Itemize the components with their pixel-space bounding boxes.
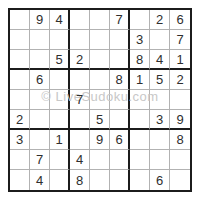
cell-r7c7[interactable] [130,130,150,150]
cell-r6c6[interactable] [110,110,130,130]
digit: 2 [176,72,183,87]
cell-r7c5[interactable]: 9 [90,130,110,150]
cell-r3c4[interactable]: 2 [70,50,90,70]
cell-r6c8[interactable]: 3 [150,110,170,130]
cell-r8c9[interactable] [170,150,190,170]
cell-r1c8[interactable]: 2 [150,10,170,30]
cell-r9c3[interactable] [50,170,70,190]
digit: 7 [76,92,83,107]
digit: 8 [176,132,183,147]
cell-r3c6[interactable] [110,50,130,70]
digit: 3 [16,132,23,147]
digit: 2 [156,12,163,27]
cell-r5c8[interactable] [150,90,170,110]
cell-r3c9[interactable]: 1 [170,50,190,70]
cell-r2c7[interactable]: 3 [130,30,150,50]
cell-r7c1[interactable]: 3 [10,130,30,150]
digit: 9 [176,112,183,127]
digit: 5 [96,112,103,127]
cell-r5c3[interactable] [50,90,70,110]
cell-r7c9[interactable]: 8 [170,130,190,150]
cell-r8c2[interactable]: 7 [30,150,50,170]
cell-r9c8[interactable]: 6 [150,170,170,190]
cell-r8c7[interactable] [130,150,150,170]
cell-r1c1[interactable] [10,10,30,30]
cell-r1c6[interactable]: 7 [110,10,130,30]
digit: 7 [115,12,122,27]
digit: 6 [156,173,163,188]
cell-r4c3[interactable] [50,70,70,90]
cell-r8c1[interactable] [10,150,30,170]
digit: 6 [36,72,43,87]
cell-r1c2[interactable]: 9 [30,10,50,30]
cell-r6c1[interactable]: 2 [10,110,30,130]
digit: 4 [156,52,163,67]
cell-r6c7[interactable] [130,110,150,130]
cell-r6c4[interactable] [70,110,90,130]
cell-r2c8[interactable] [150,30,170,50]
cell-r2c5[interactable] [90,30,110,50]
cell-r2c3[interactable] [50,30,70,50]
cell-r9c7[interactable] [130,170,150,190]
cell-r8c3[interactable] [50,150,70,170]
cell-r5c5[interactable] [90,90,110,110]
cell-r7c2[interactable] [30,130,50,150]
digit: 1 [136,72,143,87]
digit: 8 [136,52,143,67]
cell-r8c6[interactable] [110,150,130,170]
cell-r5c1[interactable] [10,90,30,110]
cell-r6c2[interactable] [30,110,50,130]
cell-r3c5[interactable] [90,50,110,70]
cell-r1c4[interactable] [70,10,90,30]
sudoku-board: 94726375284168152725393196874486 [8,8,192,192]
cell-r1c7[interactable] [130,10,150,30]
cell-r1c9[interactable]: 6 [170,10,190,30]
digit: 3 [136,32,143,47]
cell-r4c2[interactable]: 6 [30,70,50,90]
cell-r3c2[interactable] [30,50,50,70]
digit: 4 [76,152,83,167]
digit: 9 [96,132,103,147]
digit: 1 [55,132,62,147]
cell-r1c3[interactable]: 4 [50,10,70,30]
cell-r4c8[interactable]: 5 [150,70,170,90]
cell-r2c9[interactable]: 7 [170,30,190,50]
cell-r5c6[interactable] [110,90,130,110]
digit: 9 [36,12,43,27]
cell-r9c1[interactable] [10,170,30,190]
digit: 7 [36,152,43,167]
digit: 4 [55,12,62,27]
cell-r5c2[interactable] [30,90,50,110]
cell-r6c3[interactable] [50,110,70,130]
cell-r6c9[interactable]: 9 [170,110,190,130]
digit: 5 [156,72,163,87]
digit: 5 [55,52,62,67]
digit: 2 [76,52,83,67]
cell-r7c4[interactable] [70,130,90,150]
cell-r4c7[interactable]: 1 [130,70,150,90]
cell-r4c9[interactable]: 2 [170,70,190,90]
cell-r2c1[interactable] [10,30,30,50]
digit: 2 [16,112,23,127]
cell-r3c8[interactable]: 4 [150,50,170,70]
cell-r2c6[interactable] [110,30,130,50]
cell-r8c4[interactable]: 4 [70,150,90,170]
cell-r4c1[interactable] [10,70,30,90]
cell-r4c4[interactable] [70,70,90,90]
digit: 3 [156,112,163,127]
digit: 6 [176,12,183,27]
cell-r5c7[interactable] [130,90,150,110]
cell-r1c5[interactable] [90,10,110,30]
cell-r4c5[interactable] [90,70,110,90]
cell-r4c6[interactable]: 8 [110,70,130,90]
cell-r9c4[interactable]: 8 [70,170,90,190]
cell-r9c9[interactable] [170,170,190,190]
cell-r3c3[interactable]: 5 [50,50,70,70]
cell-r5c4[interactable]: 7 [70,90,90,110]
digit: 7 [176,32,183,47]
cell-r7c6[interactable]: 6 [110,130,130,150]
cell-r7c3[interactable]: 1 [50,130,70,150]
digit: 6 [115,132,122,147]
cell-r6c5[interactable]: 5 [90,110,110,130]
digit: 8 [76,173,83,188]
cell-r9c5[interactable] [90,170,110,190]
cell-r9c6[interactable] [110,170,130,190]
cell-r5c9[interactable] [170,90,190,110]
cell-r7c8[interactable] [150,130,170,150]
cell-r3c1[interactable] [10,50,30,70]
cell-r9c2[interactable]: 4 [30,170,50,190]
cell-r8c5[interactable] [90,150,110,170]
cell-r3c7[interactable]: 8 [130,50,150,70]
cell-r2c2[interactable] [30,30,50,50]
digit: 4 [36,173,43,188]
cell-r8c8[interactable] [150,150,170,170]
digit: 8 [115,72,122,87]
cell-r2c4[interactable] [70,30,90,50]
digit: 1 [176,52,183,67]
